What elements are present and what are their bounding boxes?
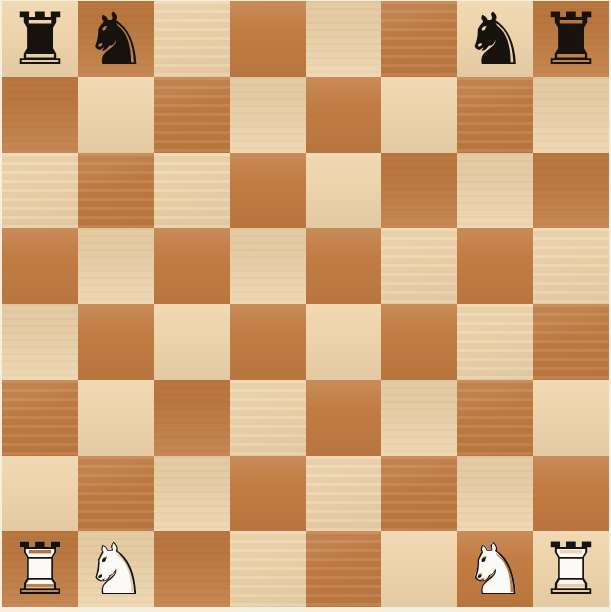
white-knight-outline-glyph: ♘: [78, 531, 154, 607]
square-b3[interactable]: [78, 380, 154, 456]
chess-board: ♜♞♞♜♜♖♞♘♞♘♜♖: [2, 1, 609, 607]
square-d5[interactable]: [230, 228, 306, 304]
square-c5[interactable]: [154, 228, 230, 304]
white-knight-outline-glyph: ♘: [457, 531, 533, 607]
square-a3[interactable]: [2, 380, 78, 456]
square-g8[interactable]: ♞: [457, 1, 533, 77]
square-e1[interactable]: [306, 531, 382, 607]
square-c3[interactable]: [154, 380, 230, 456]
square-f4[interactable]: [381, 304, 457, 380]
square-f7[interactable]: [381, 77, 457, 153]
square-h6[interactable]: [533, 153, 609, 229]
square-f3[interactable]: [381, 380, 457, 456]
black-knight-glyph: ♞: [78, 1, 154, 77]
white-rook-outline-glyph: ♖: [2, 531, 78, 607]
black-rook-glyph: ♜: [2, 1, 78, 77]
square-c8[interactable]: [154, 1, 230, 77]
square-c2[interactable]: [154, 456, 230, 532]
square-h4[interactable]: [533, 304, 609, 380]
square-h1[interactable]: ♜♖: [533, 531, 609, 607]
square-b6[interactable]: [78, 153, 154, 229]
square-g2[interactable]: [457, 456, 533, 532]
square-c6[interactable]: [154, 153, 230, 229]
square-a4[interactable]: [2, 304, 78, 380]
square-b5[interactable]: [78, 228, 154, 304]
square-f5[interactable]: [381, 228, 457, 304]
square-a7[interactable]: [2, 77, 78, 153]
square-d2[interactable]: [230, 456, 306, 532]
square-c7[interactable]: [154, 77, 230, 153]
piece-black-rook[interactable]: ♜: [2, 1, 78, 77]
piece-black-rook[interactable]: ♜: [533, 1, 609, 77]
piece-white-rook[interactable]: ♜♖: [2, 531, 78, 607]
square-a2[interactable]: [2, 456, 78, 532]
square-d6[interactable]: [230, 153, 306, 229]
black-knight-glyph: ♞: [457, 1, 533, 77]
square-e2[interactable]: [306, 456, 382, 532]
square-e5[interactable]: [306, 228, 382, 304]
square-g4[interactable]: [457, 304, 533, 380]
square-f1[interactable]: [381, 531, 457, 607]
square-g6[interactable]: [457, 153, 533, 229]
piece-black-knight[interactable]: ♞: [78, 1, 154, 77]
square-e4[interactable]: [306, 304, 382, 380]
square-h8[interactable]: ♜: [533, 1, 609, 77]
square-e7[interactable]: [306, 77, 382, 153]
square-e8[interactable]: [306, 1, 382, 77]
square-f2[interactable]: [381, 456, 457, 532]
square-h3[interactable]: [533, 380, 609, 456]
square-g7[interactable]: [457, 77, 533, 153]
square-b2[interactable]: [78, 456, 154, 532]
piece-white-rook[interactable]: ♜♖: [533, 531, 609, 607]
square-d8[interactable]: [230, 1, 306, 77]
black-rook-glyph: ♜: [533, 1, 609, 77]
white-rook-outline-glyph: ♖: [533, 531, 609, 607]
square-d7[interactable]: [230, 77, 306, 153]
square-c1[interactable]: [154, 531, 230, 607]
square-e6[interactable]: [306, 153, 382, 229]
square-g1[interactable]: ♞♘: [457, 531, 533, 607]
square-a8[interactable]: ♜: [2, 1, 78, 77]
square-e3[interactable]: [306, 380, 382, 456]
square-a6[interactable]: [2, 153, 78, 229]
square-h2[interactable]: [533, 456, 609, 532]
square-f6[interactable]: [381, 153, 457, 229]
square-b8[interactable]: ♞: [78, 1, 154, 77]
square-d3[interactable]: [230, 380, 306, 456]
piece-white-knight[interactable]: ♞♘: [78, 531, 154, 607]
square-d4[interactable]: [230, 304, 306, 380]
square-g3[interactable]: [457, 380, 533, 456]
square-b7[interactable]: [78, 77, 154, 153]
square-c4[interactable]: [154, 304, 230, 380]
square-h5[interactable]: [533, 228, 609, 304]
square-g5[interactable]: [457, 228, 533, 304]
square-b1[interactable]: ♞♘: [78, 531, 154, 607]
square-d1[interactable]: [230, 531, 306, 607]
square-h7[interactable]: [533, 77, 609, 153]
piece-white-knight[interactable]: ♞♘: [457, 531, 533, 607]
square-f8[interactable]: [381, 1, 457, 77]
piece-black-knight[interactable]: ♞: [457, 1, 533, 77]
square-a1[interactable]: ♜♖: [2, 531, 78, 607]
board-frame: ♜♞♞♜♜♖♞♘♞♘♜♖: [0, 0, 611, 612]
square-a5[interactable]: [2, 228, 78, 304]
square-b4[interactable]: [78, 304, 154, 380]
